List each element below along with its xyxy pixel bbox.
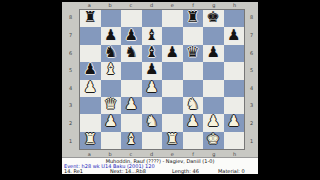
black-pawn-h7: ♟ <box>227 28 240 43</box>
white-bishop-c1: ♝ <box>125 132 138 147</box>
rank-label: 4 <box>245 80 258 98</box>
square-f5 <box>183 62 204 79</box>
square-g5 <box>203 62 224 79</box>
square-g8: ♚ <box>203 10 224 27</box>
square-e4 <box>162 80 183 97</box>
square-a3 <box>80 97 101 114</box>
rank-label: 2 <box>62 115 79 133</box>
square-h2: ♟ <box>224 114 245 131</box>
square-c1: ♝ <box>121 132 142 149</box>
square-e3 <box>162 97 183 114</box>
letterbox-background: abcdefgh 87654321 ♜♜♚♟♟♝♟♞♞♝♟♛♟♟♝♟♟♟♛♟♞♟… <box>0 0 320 180</box>
square-e1: ♜ <box>162 132 183 149</box>
file-label: c <box>121 2 142 9</box>
chess-app-window: abcdefgh 87654321 ♜♜♚♟♟♝♟♞♞♝♟♛♟♟♝♟♟♟♛♟♞♟… <box>62 2 258 175</box>
square-b1 <box>101 132 122 149</box>
square-d1 <box>142 132 163 149</box>
white-pawn-f2: ♟ <box>186 114 199 129</box>
white-pawn-b2: ♟ <box>104 114 117 129</box>
black-pawn-b7: ♟ <box>104 28 117 43</box>
white-pawn-g2: ♟ <box>207 114 220 129</box>
game-info-panel: Muhoddin, Rauf (????) - Nagiev, Daniil (… <box>62 157 258 174</box>
rank-label: 5 <box>245 62 258 80</box>
file-labels-top: abcdefgh <box>79 2 245 9</box>
rank-label: 5 <box>62 62 79 80</box>
white-knight-d2: ♞ <box>145 114 158 129</box>
file-label: h <box>224 2 245 9</box>
white-pawn-c3: ♟ <box>125 97 138 112</box>
rank-labels-right: 87654321 <box>245 9 258 150</box>
black-pawn-d5: ♟ <box>145 62 158 77</box>
black-rook-a8: ♜ <box>84 10 97 25</box>
square-g4 <box>203 80 224 97</box>
black-king-g8: ♚ <box>207 10 220 25</box>
square-b2: ♟ <box>101 114 122 131</box>
black-bishop-d6: ♝ <box>145 45 158 60</box>
black-rook-f8: ♜ <box>186 10 199 25</box>
square-d2: ♞ <box>142 114 163 131</box>
square-f6: ♛ <box>183 45 204 62</box>
square-c5 <box>121 62 142 79</box>
rank-label: 3 <box>245 97 258 115</box>
move-status-line: 14. Re1 Next: 14...Rb8 Length: 46 Materi… <box>64 169 256 174</box>
square-h6 <box>224 45 245 62</box>
square-g1: ♚ <box>203 132 224 149</box>
square-f2: ♟ <box>183 114 204 131</box>
white-pawn-a4: ♟ <box>84 80 97 95</box>
rank-label: 6 <box>62 44 79 62</box>
square-a1: ♜ <box>80 132 101 149</box>
square-h7: ♟ <box>224 27 245 44</box>
white-pawn-d4: ♟ <box>145 80 158 95</box>
rank-label: 3 <box>62 97 79 115</box>
square-c3: ♟ <box>121 97 142 114</box>
white-queen-b3: ♛ <box>104 97 117 112</box>
square-h4 <box>224 80 245 97</box>
black-pawn-g6: ♟ <box>207 45 220 60</box>
file-label: b <box>100 2 121 9</box>
white-rook-a1: ♜ <box>84 132 97 147</box>
rank-label: 8 <box>245 9 258 27</box>
next-move-text: Next: 14...Rb8 <box>110 169 172 174</box>
square-a7 <box>80 27 101 44</box>
material-balance-text: Material: 0 <box>218 169 245 174</box>
square-e5 <box>162 62 183 79</box>
white-knight-f3: ♞ <box>186 97 199 112</box>
rank-label: 8 <box>62 9 79 27</box>
rank-label: 4 <box>62 80 79 98</box>
square-e8 <box>162 10 183 27</box>
square-h5 <box>224 62 245 79</box>
square-a8: ♜ <box>80 10 101 27</box>
rank-label: 1 <box>62 132 79 150</box>
black-queen-f6: ♛ <box>186 45 199 60</box>
square-a4: ♟ <box>80 80 101 97</box>
black-knight-b6: ♞ <box>104 45 117 60</box>
rank-label: 2 <box>245 115 258 133</box>
last-move-text: 14. Re1 <box>64 169 110 174</box>
board-frame: abcdefgh 87654321 ♜♜♚♟♟♝♟♞♞♝♟♛♟♟♝♟♟♟♛♟♞♟… <box>62 2 258 158</box>
white-pawn-h2: ♟ <box>227 114 240 129</box>
square-g6: ♟ <box>203 45 224 62</box>
rank-label: 7 <box>62 27 79 45</box>
game-length-text: Length: 46 <box>172 169 218 174</box>
black-pawn-c7: ♟ <box>125 28 138 43</box>
white-rook-e1: ♜ <box>166 132 179 147</box>
black-knight-c6: ♞ <box>125 45 138 60</box>
square-f8: ♜ <box>183 10 204 27</box>
rank-label: 1 <box>245 132 258 150</box>
square-h1 <box>224 132 245 149</box>
file-label: e <box>162 2 183 9</box>
rank-label: 7 <box>245 27 258 45</box>
square-c6: ♞ <box>121 45 142 62</box>
chess-board: ♜♜♚♟♟♝♟♞♞♝♟♛♟♟♝♟♟♟♛♟♞♟♞♟♟♟♜♝♜♚ <box>79 9 245 150</box>
square-f1 <box>183 132 204 149</box>
file-label: d <box>141 2 162 9</box>
black-pawn-e6: ♟ <box>166 45 179 60</box>
white-king-g1: ♚ <box>207 132 220 147</box>
rank-labels-left: 87654321 <box>62 9 79 150</box>
black-pawn-a5: ♟ <box>84 62 97 77</box>
square-b5: ♝ <box>101 62 122 79</box>
black-bishop-d7: ♝ <box>145 28 158 43</box>
rank-label: 6 <box>245 44 258 62</box>
white-bishop-b5: ♝ <box>104 62 117 77</box>
square-e6: ♟ <box>162 45 183 62</box>
square-d4: ♟ <box>142 80 163 97</box>
